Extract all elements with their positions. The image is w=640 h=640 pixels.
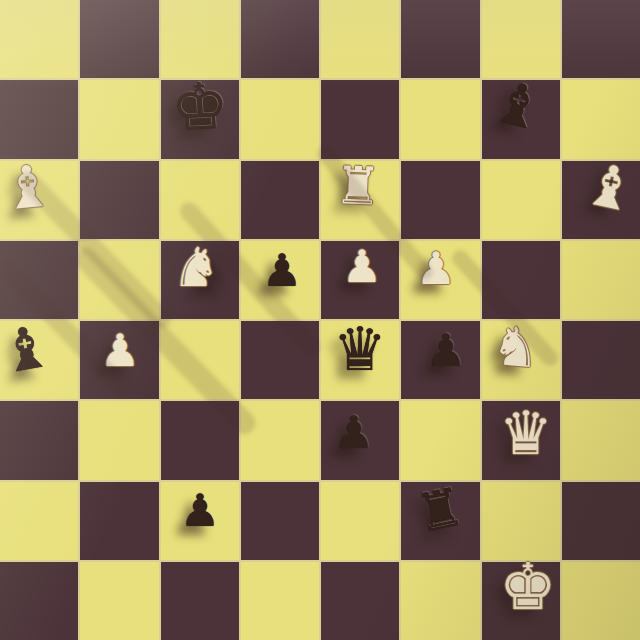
square-a2[interactable] — [0, 482, 78, 560]
square-h3[interactable] — [562, 401, 640, 479]
square-b6[interactable] — [80, 161, 158, 239]
white-knight-g4[interactable]: ♞ — [490, 319, 543, 377]
black-queen-e4[interactable]: ♛ — [333, 319, 387, 379]
square-e8[interactable] — [321, 0, 399, 78]
square-b2[interactable] — [80, 482, 158, 560]
square-h2[interactable] — [562, 482, 640, 560]
white-pawn-b4[interactable]: ♟ — [100, 328, 140, 373]
black-rook-f2[interactable]: ♜ — [412, 480, 468, 541]
square-d4[interactable] — [241, 321, 319, 399]
square-b7[interactable] — [80, 80, 158, 158]
square-h8[interactable] — [562, 0, 640, 78]
square-f8[interactable] — [401, 0, 479, 78]
square-b1[interactable] — [80, 562, 158, 640]
white-pawn-f5[interactable]: ♟ — [416, 246, 456, 291]
black-pawn-d5[interactable]: ♟ — [262, 248, 302, 293]
black-king-c7[interactable]: ♚ — [170, 73, 231, 140]
white-bishop-a6[interactable]: ♝ — [0, 156, 56, 218]
white-pawn-e5[interactable]: ♟ — [342, 244, 382, 289]
white-queen-g3[interactable]: ♛ — [499, 403, 553, 463]
board-photo: ♚♝♝♜♝♞♟♟♟♝♟♛♟♞♟♛♟♜♚ — [0, 0, 640, 640]
square-d6[interactable] — [241, 161, 319, 239]
square-g6[interactable] — [482, 161, 560, 239]
square-b8[interactable] — [80, 0, 158, 78]
square-f6[interactable] — [401, 161, 479, 239]
square-d3[interactable] — [241, 401, 319, 479]
square-d2[interactable] — [241, 482, 319, 560]
square-d7[interactable] — [241, 80, 319, 158]
square-f3[interactable] — [401, 401, 479, 479]
square-b3[interactable] — [80, 401, 158, 479]
white-knight-c5[interactable]: ♞ — [172, 241, 220, 295]
square-h1[interactable] — [562, 562, 640, 640]
square-f7[interactable] — [401, 80, 479, 158]
square-c3[interactable] — [161, 401, 239, 479]
square-c1[interactable] — [161, 562, 239, 640]
square-c4[interactable] — [161, 321, 239, 399]
square-g2[interactable] — [482, 482, 560, 560]
black-pawn-f4[interactable]: ♟ — [426, 328, 466, 373]
white-rook-e6[interactable]: ♜ — [334, 159, 382, 213]
black-pawn-c2[interactable]: ♟ — [180, 488, 220, 533]
white-bishop-h6[interactable]: ♝ — [579, 154, 640, 222]
square-h7[interactable] — [562, 80, 640, 158]
black-bishop-a4[interactable]: ♝ — [0, 316, 57, 382]
square-g8[interactable] — [482, 0, 560, 78]
square-h4[interactable] — [562, 321, 640, 399]
square-a1[interactable] — [0, 562, 78, 640]
black-pawn-e3[interactable]: ♟ — [334, 410, 374, 455]
square-f1[interactable] — [401, 562, 479, 640]
square-b5[interactable] — [80, 241, 158, 319]
square-e2[interactable] — [321, 482, 399, 560]
square-a5[interactable] — [0, 241, 78, 319]
square-c6[interactable] — [161, 161, 239, 239]
square-g5[interactable] — [482, 241, 560, 319]
square-e1[interactable] — [321, 562, 399, 640]
square-a3[interactable] — [0, 401, 78, 479]
square-a8[interactable] — [0, 0, 78, 78]
square-e7[interactable] — [321, 80, 399, 158]
white-king-g1[interactable]: ♚ — [499, 555, 556, 619]
square-d8[interactable] — [241, 0, 319, 78]
square-h5[interactable] — [562, 241, 640, 319]
square-d1[interactable] — [241, 562, 319, 640]
square-a7[interactable] — [0, 80, 78, 158]
square-c8[interactable] — [161, 0, 239, 78]
